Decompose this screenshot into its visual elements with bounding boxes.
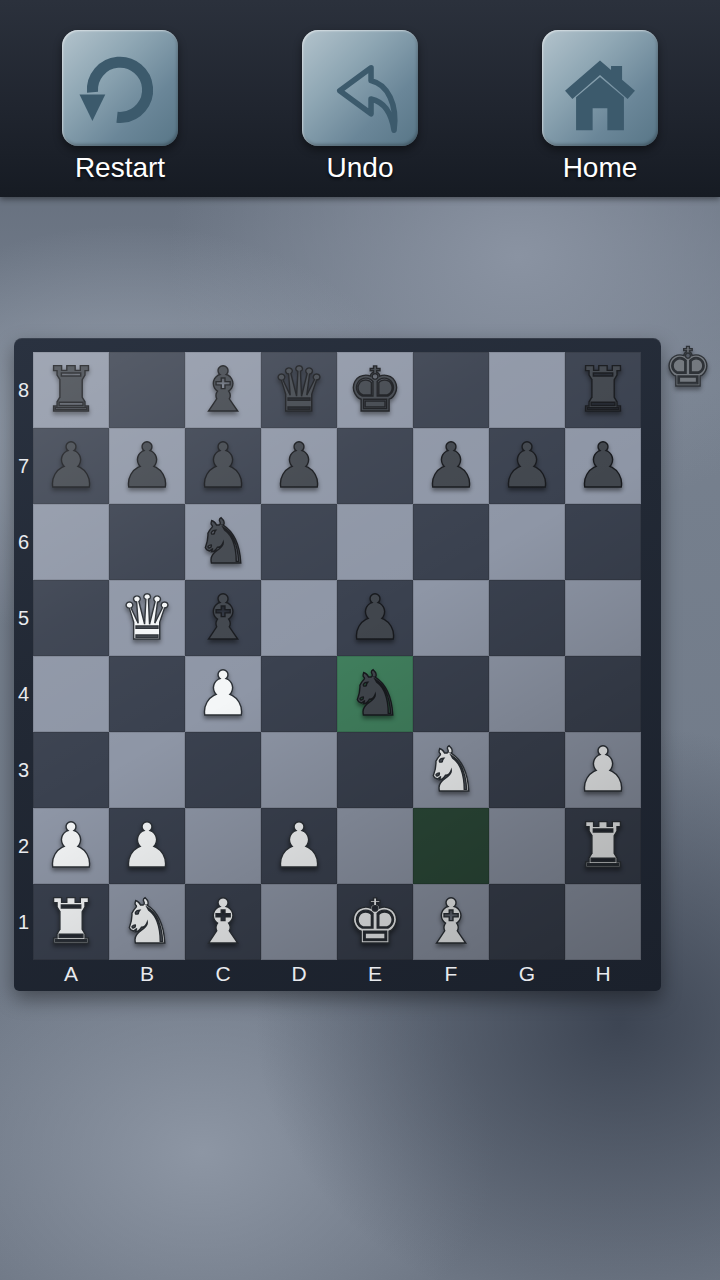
rank-label-6: 6: [14, 504, 33, 580]
piece-black-rook: ♜: [43, 352, 99, 428]
rank-labels: 87654321: [14, 352, 33, 960]
square-d7[interactable]: ♟: [261, 428, 337, 504]
piece-white-pawn: ♟: [575, 732, 631, 808]
square-e5[interactable]: ♟: [337, 580, 413, 656]
square-a1[interactable]: ♜: [33, 884, 109, 960]
rank-label-4: 4: [14, 656, 33, 732]
square-d5[interactable]: [261, 580, 337, 656]
chessboard: 87654321 ♜♝♛♚♜♟♟♟♟♟♟♟♞♛♝♟♟♞♞♟♟♟♟♜♜♞♝♚♝ A…: [14, 338, 661, 991]
square-b4[interactable]: [109, 656, 185, 732]
toolbar: Restart Undo Home: [0, 0, 720, 197]
square-h8[interactable]: ♜: [565, 352, 641, 428]
square-b1[interactable]: ♞: [109, 884, 185, 960]
rank-label-2: 2: [14, 808, 33, 884]
file-label-b: B: [109, 960, 185, 991]
app-background: { "game": "chess", "position": { "fen": …: [0, 0, 720, 1280]
square-g4[interactable]: [489, 656, 565, 732]
rank-label-7: 7: [14, 428, 33, 504]
square-d2[interactable]: ♟: [261, 808, 337, 884]
board-grid: ♜♝♛♚♜♟♟♟♟♟♟♟♞♛♝♟♟♞♞♟♟♟♟♜♜♞♝♚♝: [33, 352, 641, 960]
square-e4[interactable]: ♞: [337, 656, 413, 732]
piece-white-knight: ♞: [119, 884, 175, 960]
square-a2[interactable]: ♟: [33, 808, 109, 884]
piece-black-pawn: ♟: [575, 428, 631, 504]
square-c7[interactable]: ♟: [185, 428, 261, 504]
undo-button[interactable]: [302, 30, 418, 146]
square-e1[interactable]: ♚: [337, 884, 413, 960]
piece-black-queen: ♛: [271, 352, 327, 428]
square-h7[interactable]: ♟: [565, 428, 641, 504]
square-h4[interactable]: [565, 656, 641, 732]
square-c4[interactable]: ♟: [185, 656, 261, 732]
square-a5[interactable]: [33, 580, 109, 656]
square-c6[interactable]: ♞: [185, 504, 261, 580]
piece-white-pawn: ♟: [271, 808, 327, 884]
piece-black-pawn: ♟: [195, 428, 251, 504]
square-c2[interactable]: [185, 808, 261, 884]
square-a8[interactable]: ♜: [33, 352, 109, 428]
undo-button-label: Undo: [275, 151, 445, 185]
square-f8[interactable]: [413, 352, 489, 428]
square-h3[interactable]: ♟: [565, 732, 641, 808]
square-e8[interactable]: ♚: [337, 352, 413, 428]
square-g1[interactable]: [489, 884, 565, 960]
piece-white-king: ♚: [347, 884, 403, 960]
square-c8[interactable]: ♝: [185, 352, 261, 428]
square-f5[interactable]: [413, 580, 489, 656]
square-b3[interactable]: [109, 732, 185, 808]
file-label-g: G: [489, 960, 565, 991]
home-button[interactable]: [542, 30, 658, 146]
piece-black-pawn: ♟: [271, 428, 327, 504]
square-h1[interactable]: [565, 884, 641, 960]
square-b8[interactable]: [109, 352, 185, 428]
home-button-label: Home: [515, 151, 685, 185]
square-h5[interactable]: [565, 580, 641, 656]
piece-black-pawn: ♟: [347, 580, 403, 656]
piece-white-knight: ♞: [423, 732, 479, 808]
piece-white-queen: ♛: [119, 580, 175, 656]
square-d1[interactable]: [261, 884, 337, 960]
file-label-h: H: [565, 960, 641, 991]
square-f6[interactable]: [413, 504, 489, 580]
square-g6[interactable]: [489, 504, 565, 580]
piece-black-bishop: ♝: [195, 352, 251, 428]
square-d6[interactable]: [261, 504, 337, 580]
square-h2[interactable]: ♜: [565, 808, 641, 884]
square-e6[interactable]: [337, 504, 413, 580]
piece-white-bishop: ♝: [195, 884, 251, 960]
file-label-e: E: [337, 960, 413, 991]
piece-white-pawn: ♟: [195, 656, 251, 732]
piece-white-bishop: ♝: [423, 884, 479, 960]
piece-black-pawn: ♟: [499, 428, 555, 504]
piece-white-pawn: ♟: [119, 808, 175, 884]
piece-white-pawn: ♟: [43, 808, 99, 884]
restart-button[interactable]: [62, 30, 178, 146]
piece-black-knight: ♞: [195, 504, 251, 580]
home-house-icon: [554, 42, 646, 134]
square-e2[interactable]: [337, 808, 413, 884]
rank-label-3: 3: [14, 732, 33, 808]
square-f2[interactable]: [413, 808, 489, 884]
file-label-d: D: [261, 960, 337, 991]
square-f7[interactable]: ♟: [413, 428, 489, 504]
square-c3[interactable]: [185, 732, 261, 808]
square-b7[interactable]: ♟: [109, 428, 185, 504]
piece-white-rook: ♜: [575, 808, 631, 884]
piece-black-king: ♚: [347, 352, 403, 428]
file-labels: ABCDEFGH: [33, 960, 641, 991]
square-f4[interactable]: [413, 656, 489, 732]
square-g5[interactable]: [489, 580, 565, 656]
piece-black-bishop: ♝: [195, 580, 251, 656]
piece-black-pawn: ♟: [43, 428, 99, 504]
square-a7[interactable]: ♟: [33, 428, 109, 504]
piece-white-rook: ♜: [43, 884, 99, 960]
square-d3[interactable]: [261, 732, 337, 808]
square-c1[interactable]: ♝: [185, 884, 261, 960]
square-f1[interactable]: ♝: [413, 884, 489, 960]
square-g8[interactable]: [489, 352, 565, 428]
file-label-a: A: [33, 960, 109, 991]
square-b5[interactable]: ♛: [109, 580, 185, 656]
turn-indicator-king-icon: ♚: [658, 336, 718, 400]
square-a4[interactable]: [33, 656, 109, 732]
square-g7[interactable]: ♟: [489, 428, 565, 504]
restart-circular-arrow-icon: [74, 42, 166, 134]
file-label-f: F: [413, 960, 489, 991]
square-h6[interactable]: [565, 504, 641, 580]
undo-arrow-icon: [314, 42, 406, 134]
file-label-c: C: [185, 960, 261, 991]
square-d4[interactable]: [261, 656, 337, 732]
piece-black-knight: ♞: [347, 656, 403, 732]
rank-label-5: 5: [14, 580, 33, 656]
square-d8[interactable]: ♛: [261, 352, 337, 428]
square-b2[interactable]: ♟: [109, 808, 185, 884]
rank-label-8: 8: [14, 352, 33, 428]
piece-black-rook: ♜: [575, 352, 631, 428]
square-a6[interactable]: [33, 504, 109, 580]
square-g2[interactable]: [489, 808, 565, 884]
restart-button-label: Restart: [35, 151, 205, 185]
square-e3[interactable]: [337, 732, 413, 808]
square-b6[interactable]: [109, 504, 185, 580]
piece-black-pawn: ♟: [119, 428, 175, 504]
rank-label-1: 1: [14, 884, 33, 960]
square-e7[interactable]: [337, 428, 413, 504]
piece-black-pawn: ♟: [423, 428, 479, 504]
square-a3[interactable]: [33, 732, 109, 808]
square-f3[interactable]: ♞: [413, 732, 489, 808]
square-g3[interactable]: [489, 732, 565, 808]
square-c5[interactable]: ♝: [185, 580, 261, 656]
